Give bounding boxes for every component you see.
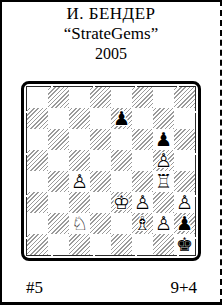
square-g6: ♟♟ <box>153 129 174 150</box>
square-c8 <box>69 87 90 108</box>
square-f3: ♟♙ <box>132 192 153 213</box>
square-a2 <box>27 213 48 234</box>
square-f8 <box>132 87 153 108</box>
piece-halo: ♟ <box>174 212 195 233</box>
square-h3: ♟♙ <box>174 192 195 213</box>
square-f1 <box>132 234 153 255</box>
piece-halo: ♟ <box>111 107 132 128</box>
square-h6 <box>174 129 195 150</box>
square-f6 <box>132 129 153 150</box>
square-b3 <box>48 192 69 213</box>
square-c6 <box>69 129 90 150</box>
square-e1 <box>111 234 132 255</box>
white-king: ♔ <box>111 191 132 212</box>
piece-halo: ♚ <box>111 191 132 212</box>
white-pawn: ♙ <box>153 149 174 170</box>
stipulation: #5 <box>26 278 43 297</box>
square-f4 <box>132 171 153 192</box>
square-b1 <box>48 234 69 255</box>
square-a4 <box>27 171 48 192</box>
square-a6 <box>27 129 48 150</box>
white-knight: ♘ <box>69 212 90 233</box>
square-c3 <box>69 192 90 213</box>
piece-halo: ♞ <box>69 212 90 233</box>
piece-halo: ♝ <box>132 212 153 233</box>
square-c4: ♟♙ <box>69 171 90 192</box>
square-h2: ♟♟ <box>174 213 195 234</box>
white-pawn: ♙ <box>69 170 90 191</box>
piece-halo: ♟ <box>69 170 90 191</box>
square-c2: ♞♘ <box>69 213 90 234</box>
border-gap-mark <box>24 195 27 197</box>
piece-halo: ♜ <box>153 170 174 191</box>
piece-halo: ♟ <box>153 128 174 149</box>
square-e3: ♚♔ <box>111 192 132 213</box>
border-gap-mark <box>51 84 53 87</box>
square-b2 <box>48 213 69 234</box>
square-c7 <box>69 108 90 129</box>
source-title: “StrateGems” <box>2 24 220 44</box>
square-d2 <box>90 213 111 234</box>
square-d5 <box>90 150 111 171</box>
square-h7 <box>174 108 195 129</box>
board-grid: ♟♟♟♟♟♙♟♙♜♖♚♔♟♙♟♙♞♘♝♗♟♙♟♟♚♚ <box>27 87 195 255</box>
square-e4 <box>111 171 132 192</box>
square-g5: ♟♙ <box>153 150 174 171</box>
black-pawn: ♟ <box>174 212 195 233</box>
piece-halo: ♟ <box>132 191 153 212</box>
square-e2 <box>111 213 132 234</box>
border-gap-mark <box>93 255 95 258</box>
square-g8 <box>153 87 174 108</box>
square-f7 <box>132 108 153 129</box>
problem-header: И. БЕНДЕР “StrateGems” 2005 <box>2 2 220 63</box>
square-f5 <box>132 150 153 171</box>
board-inner-frame: ♟♟♟♟♟♙♟♙♜♖♚♔♟♙♟♙♞♘♝♗♟♙♟♟♚♚ <box>26 86 196 256</box>
square-e7: ♟♟ <box>111 108 132 129</box>
square-c5 <box>69 150 90 171</box>
square-d1 <box>90 234 111 255</box>
border-gap-mark <box>135 255 137 258</box>
piece-halo: ♟ <box>153 212 174 233</box>
square-a1 <box>27 234 48 255</box>
square-d3 <box>90 192 111 213</box>
page-clipping: И. БЕНДЕР “StrateGems” 2005 ♟♟♟♟♟♙♟♙♜♖♚♔… <box>0 0 222 305</box>
square-e5 <box>111 150 132 171</box>
black-pawn: ♟ <box>111 107 132 128</box>
piece-halo: ♚ <box>174 233 195 254</box>
square-a5 <box>27 150 48 171</box>
square-b5 <box>48 150 69 171</box>
square-h4 <box>174 171 195 192</box>
border-gap-mark <box>195 237 198 239</box>
square-a7 <box>27 108 48 129</box>
border-gap-mark <box>195 111 198 113</box>
problem-footer: #5 9+4 <box>2 278 220 297</box>
border-gap-mark <box>195 153 198 155</box>
border-gap-mark <box>195 195 198 197</box>
square-d4 <box>90 171 111 192</box>
white-pawn: ♙ <box>132 191 153 212</box>
square-a8 <box>27 87 48 108</box>
border-gap-mark <box>51 255 53 258</box>
square-c1 <box>69 234 90 255</box>
square-g3 <box>153 192 174 213</box>
square-b6 <box>48 129 69 150</box>
white-pawn: ♙ <box>153 212 174 233</box>
border-gap-mark <box>24 111 27 113</box>
square-g7 <box>153 108 174 129</box>
square-b4 <box>48 171 69 192</box>
border-gap-mark <box>177 255 179 258</box>
square-d8 <box>90 87 111 108</box>
publication-year: 2005 <box>2 44 220 63</box>
white-rook: ♖ <box>153 170 174 191</box>
square-g2: ♟♙ <box>153 213 174 234</box>
square-h8 <box>174 87 195 108</box>
border-gap-mark <box>24 153 27 155</box>
square-b8 <box>48 87 69 108</box>
square-b7 <box>48 108 69 129</box>
border-gap-mark <box>135 84 137 87</box>
square-f2: ♝♗ <box>132 213 153 234</box>
black-king: ♚ <box>174 233 195 254</box>
border-gap-mark <box>177 84 179 87</box>
square-d7 <box>90 108 111 129</box>
square-h5 <box>174 150 195 171</box>
square-e6 <box>111 129 132 150</box>
piece-halo: ♟ <box>153 149 174 170</box>
black-pawn: ♟ <box>153 128 174 149</box>
square-e8 <box>111 87 132 108</box>
piece-halo: ♟ <box>174 191 195 212</box>
chess-board: ♟♟♟♟♟♙♟♙♜♖♚♔♟♙♟♙♞♘♝♗♟♙♟♟♚♚ <box>21 81 201 261</box>
square-a3 <box>27 192 48 213</box>
square-h1: ♚♚ <box>174 234 195 255</box>
author-name: И. БЕНДЕР <box>2 4 220 24</box>
square-g1 <box>153 234 174 255</box>
square-d6 <box>90 129 111 150</box>
square-g4: ♜♖ <box>153 171 174 192</box>
white-pawn: ♙ <box>174 191 195 212</box>
border-gap-mark <box>93 84 95 87</box>
white-bishop: ♗ <box>132 212 153 233</box>
border-gap-mark <box>24 237 27 239</box>
material-count: 9+4 <box>170 278 197 297</box>
